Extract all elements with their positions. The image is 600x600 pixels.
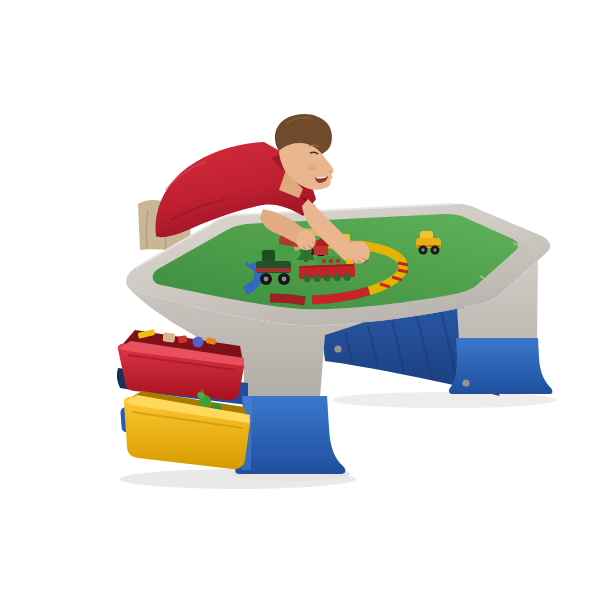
adjustment-hole <box>334 345 341 352</box>
boy-nostril <box>329 171 331 173</box>
table-leg-front-left <box>235 396 345 474</box>
product-photo: little tikes <box>0 0 600 600</box>
table-leg-front-right <box>449 338 552 394</box>
product-photo-illustration: little tikes <box>0 0 600 600</box>
toy-red-arch-bridge <box>299 264 356 283</box>
adjustment-hole <box>462 379 469 386</box>
boy-cheek <box>308 164 317 170</box>
